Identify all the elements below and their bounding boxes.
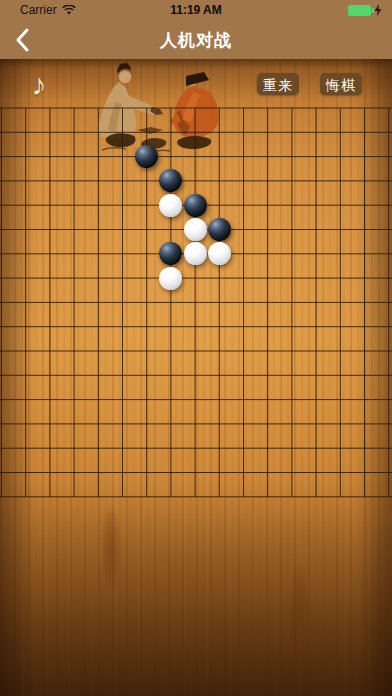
board-intersection[interactable]	[376, 217, 392, 241]
board-intersection[interactable]	[304, 169, 328, 193]
board-intersection[interactable]	[255, 339, 279, 363]
board-intersection[interactable]	[0, 193, 14, 217]
board-intersection[interactable]	[255, 217, 279, 241]
board-intersection[interactable]	[159, 290, 183, 314]
board-intersection[interactable]	[304, 144, 328, 168]
board-intersection[interactable]	[135, 120, 159, 144]
board-intersection[interactable]	[86, 485, 110, 509]
board-intersection[interactable]	[86, 144, 110, 168]
board-intersection[interactable]	[14, 412, 38, 436]
board-intersection[interactable]	[280, 120, 304, 144]
board-intersection[interactable]	[280, 290, 304, 314]
board-intersection[interactable]	[159, 96, 183, 120]
board-intersection[interactable]	[183, 217, 207, 241]
board-intersection[interactable]	[62, 315, 86, 339]
board-intersection[interactable]	[352, 387, 376, 411]
board-intersection[interactable]	[14, 120, 38, 144]
board-intersection[interactable]	[376, 266, 392, 290]
board-intersection[interactable]	[231, 460, 255, 484]
board-intersection[interactable]	[159, 460, 183, 484]
board-intersection[interactable]	[0, 485, 14, 509]
board-intersection[interactable]	[86, 387, 110, 411]
board-intersection[interactable]	[255, 363, 279, 387]
board-intersection[interactable]	[38, 363, 62, 387]
board-intersection[interactable]	[280, 193, 304, 217]
charging-bolt-icon	[374, 4, 382, 16]
board-intersection[interactable]	[207, 242, 231, 266]
board-intersection[interactable]	[62, 169, 86, 193]
board-intersection[interactable]	[62, 339, 86, 363]
board-intersection[interactable]	[304, 339, 328, 363]
board-intersection[interactable]	[352, 315, 376, 339]
board-intersection[interactable]	[280, 387, 304, 411]
board-intersection[interactable]	[255, 266, 279, 290]
board-intersection[interactable]	[255, 387, 279, 411]
board-intersection[interactable]	[231, 169, 255, 193]
board-intersection[interactable]	[62, 144, 86, 168]
board-intersection[interactable]	[207, 436, 231, 460]
board-intersection[interactable]	[62, 217, 86, 241]
board-intersection[interactable]	[159, 242, 183, 266]
board-intersection[interactable]	[0, 120, 14, 144]
board-intersection[interactable]	[159, 339, 183, 363]
board-intersection[interactable]	[376, 96, 392, 120]
board-intersection[interactable]	[135, 436, 159, 460]
board-intersection[interactable]	[183, 242, 207, 266]
board-intersection[interactable]	[110, 436, 134, 460]
board-intersection[interactable]	[38, 315, 62, 339]
board-intersection[interactable]	[135, 460, 159, 484]
board-intersection[interactable]	[14, 242, 38, 266]
board-intersection[interactable]	[62, 96, 86, 120]
board-intersection[interactable]	[14, 315, 38, 339]
board-intersection[interactable]	[0, 339, 14, 363]
board-intersection[interactable]	[14, 363, 38, 387]
board-intersection[interactable]	[0, 144, 14, 168]
board-intersection[interactable]	[328, 120, 352, 144]
board-intersection[interactable]	[38, 217, 62, 241]
board-intersection[interactable]	[231, 217, 255, 241]
board-intersection[interactable]	[255, 144, 279, 168]
board-intersection[interactable]	[110, 169, 134, 193]
board-intersection[interactable]	[376, 339, 392, 363]
board-intersection[interactable]	[255, 485, 279, 509]
board-intersection[interactable]	[0, 387, 14, 411]
board-intersection[interactable]	[110, 339, 134, 363]
board-intersection[interactable]	[328, 485, 352, 509]
board-intersection[interactable]	[352, 169, 376, 193]
board-intersection[interactable]	[231, 144, 255, 168]
board-intersection[interactable]	[376, 144, 392, 168]
board-intersection[interactable]	[86, 315, 110, 339]
board-intersection[interactable]	[376, 193, 392, 217]
board-intersection[interactable]	[86, 242, 110, 266]
board-intersection[interactable]	[328, 412, 352, 436]
board-intersection[interactable]	[280, 266, 304, 290]
board-intersection[interactable]	[62, 436, 86, 460]
board-intersection[interactable]	[110, 485, 134, 509]
board-intersection[interactable]	[352, 485, 376, 509]
board-intersection[interactable]	[0, 266, 14, 290]
board-intersection[interactable]	[183, 144, 207, 168]
board-intersection[interactable]	[255, 436, 279, 460]
board-intersection[interactable]	[231, 290, 255, 314]
board-intersection[interactable]	[304, 387, 328, 411]
board-intersection[interactable]	[62, 242, 86, 266]
board-intersection[interactable]	[0, 436, 14, 460]
board-intersection[interactable]	[304, 217, 328, 241]
board-intersection[interactable]	[280, 315, 304, 339]
board-intersection[interactable]	[255, 193, 279, 217]
board-intersection[interactable]	[183, 485, 207, 509]
board-intersection[interactable]	[207, 363, 231, 387]
board-intersection[interactable]	[231, 120, 255, 144]
music-note-icon[interactable]: ♪	[24, 67, 54, 103]
board-intersection[interactable]	[207, 387, 231, 411]
board-intersection[interactable]	[159, 144, 183, 168]
board-intersection[interactable]	[207, 144, 231, 168]
board-intersection[interactable]	[135, 144, 159, 168]
board-intersection[interactable]	[207, 412, 231, 436]
board-intersection[interactable]	[183, 120, 207, 144]
board-intersection[interactable]	[110, 387, 134, 411]
board-intersection[interactable]	[14, 387, 38, 411]
board-intersection[interactable]	[86, 436, 110, 460]
board-intersection[interactable]	[352, 412, 376, 436]
board-intersection[interactable]	[110, 217, 134, 241]
board-intersection[interactable]	[376, 460, 392, 484]
board-intersection[interactable]	[62, 485, 86, 509]
board-intersection[interactable]	[0, 217, 14, 241]
board-intersection[interactable]	[328, 144, 352, 168]
board-intersection[interactable]	[86, 193, 110, 217]
board-intersection[interactable]	[376, 412, 392, 436]
board-intersection[interactable]	[304, 412, 328, 436]
board-intersection[interactable]	[86, 339, 110, 363]
board-intersection[interactable]	[328, 193, 352, 217]
board-intersection[interactable]	[352, 339, 376, 363]
board-intersection[interactable]	[231, 412, 255, 436]
board-intersection[interactable]	[86, 120, 110, 144]
board-intersection[interactable]	[328, 290, 352, 314]
board-intersection[interactable]	[135, 412, 159, 436]
board-intersection[interactable]	[135, 315, 159, 339]
board-intersection[interactable]	[207, 217, 231, 241]
board-intersection[interactable]	[183, 266, 207, 290]
board-intersection[interactable]	[207, 266, 231, 290]
board-intersection[interactable]	[255, 120, 279, 144]
board-intersection[interactable]	[159, 363, 183, 387]
board-intersection[interactable]	[135, 217, 159, 241]
board-intersection[interactable]	[255, 242, 279, 266]
board-intersection[interactable]	[207, 460, 231, 484]
board-intersection[interactable]	[86, 460, 110, 484]
wood-knot	[284, 541, 314, 671]
board-intersection[interactable]	[135, 169, 159, 193]
board-intersection[interactable]	[14, 193, 38, 217]
board-intersection[interactable]	[231, 315, 255, 339]
board-intersection[interactable]	[328, 266, 352, 290]
board-intersection[interactable]	[110, 266, 134, 290]
board-intersection[interactable]	[376, 387, 392, 411]
board-grid[interactable]	[0, 96, 392, 509]
board-intersection[interactable]	[352, 144, 376, 168]
board-intersection[interactable]	[207, 290, 231, 314]
board-intersection[interactable]	[86, 266, 110, 290]
board-intersection[interactable]	[255, 290, 279, 314]
battery-icon	[348, 5, 371, 16]
board-intersection[interactable]	[280, 144, 304, 168]
board-intersection[interactable]	[280, 242, 304, 266]
board-intersection[interactable]	[135, 339, 159, 363]
board-intersection[interactable]	[280, 363, 304, 387]
board-intersection[interactable]	[280, 460, 304, 484]
board-intersection[interactable]	[376, 120, 392, 144]
board-intersection[interactable]	[304, 96, 328, 120]
board-intersection[interactable]	[255, 412, 279, 436]
board-intersection[interactable]	[304, 363, 328, 387]
board-intersection[interactable]	[110, 363, 134, 387]
board-intersection[interactable]	[255, 169, 279, 193]
board-intersection[interactable]	[328, 242, 352, 266]
board-intersection[interactable]	[159, 412, 183, 436]
board-intersection[interactable]	[38, 436, 62, 460]
board-intersection[interactable]	[135, 290, 159, 314]
board-intersection[interactable]	[14, 485, 38, 509]
board-intersection[interactable]	[183, 315, 207, 339]
board-intersection[interactable]	[376, 363, 392, 387]
board-intersection[interactable]	[231, 363, 255, 387]
board-intersection[interactable]	[62, 193, 86, 217]
board-intersection[interactable]	[304, 120, 328, 144]
board-intersection[interactable]	[38, 169, 62, 193]
board-intersection[interactable]	[0, 412, 14, 436]
board-intersection[interactable]	[231, 387, 255, 411]
board-intersection[interactable]	[207, 339, 231, 363]
board-intersection[interactable]	[352, 193, 376, 217]
board-intersection[interactable]	[38, 266, 62, 290]
board-intersection[interactable]	[376, 436, 392, 460]
board-intersection[interactable]	[0, 363, 14, 387]
board-intersection[interactable]	[231, 193, 255, 217]
board-intersection[interactable]	[352, 120, 376, 144]
board-intersection[interactable]	[86, 96, 110, 120]
board-intersection[interactable]	[328, 169, 352, 193]
board-intersection[interactable]	[352, 363, 376, 387]
board-intersection[interactable]	[255, 315, 279, 339]
board-intersection[interactable]	[280, 412, 304, 436]
board-intersection[interactable]	[110, 412, 134, 436]
board-intersection[interactable]	[183, 363, 207, 387]
board-intersection[interactable]	[207, 120, 231, 144]
board-intersection[interactable]	[86, 169, 110, 193]
board-intersection[interactable]	[183, 290, 207, 314]
board-intersection[interactable]	[376, 242, 392, 266]
board-intersection[interactable]	[110, 290, 134, 314]
board-intersection[interactable]	[159, 315, 183, 339]
board-intersection[interactable]	[14, 290, 38, 314]
board-intersection[interactable]	[280, 339, 304, 363]
board-intersection[interactable]	[62, 266, 86, 290]
board-intersection[interactable]	[376, 169, 392, 193]
undo-move-button[interactable]: 悔棋	[320, 73, 362, 95]
board-intersection[interactable]	[38, 242, 62, 266]
board-intersection[interactable]	[110, 315, 134, 339]
board-intersection[interactable]	[38, 120, 62, 144]
board-intersection[interactable]	[183, 96, 207, 120]
board-intersection[interactable]	[0, 290, 14, 314]
board-intersection[interactable]	[183, 436, 207, 460]
board-intersection[interactable]	[62, 290, 86, 314]
board-intersection[interactable]	[110, 193, 134, 217]
board-intersection[interactable]	[304, 460, 328, 484]
board-intersection[interactable]	[183, 460, 207, 484]
black-stone	[184, 194, 207, 217]
board-intersection[interactable]	[183, 387, 207, 411]
board-intersection[interactable]	[328, 436, 352, 460]
board-intersection[interactable]	[183, 339, 207, 363]
restart-button[interactable]: 重来	[257, 73, 299, 95]
board-intersection[interactable]	[159, 120, 183, 144]
board-intersection[interactable]	[255, 460, 279, 484]
board-intersection[interactable]	[110, 120, 134, 144]
board-intersection[interactable]	[352, 96, 376, 120]
board-intersection[interactable]	[38, 412, 62, 436]
board-intersection[interactable]	[38, 460, 62, 484]
board-intersection[interactable]	[110, 242, 134, 266]
board-intersection[interactable]	[328, 460, 352, 484]
wood-background: ♪ 重来 悔棋	[0, 59, 392, 696]
board-intersection[interactable]	[62, 363, 86, 387]
board-intersection[interactable]	[328, 315, 352, 339]
board-intersection[interactable]	[304, 485, 328, 509]
board-intersection[interactable]	[159, 266, 183, 290]
board-intersection[interactable]	[304, 290, 328, 314]
board-intersection[interactable]	[207, 96, 231, 120]
board-intersection[interactable]	[231, 436, 255, 460]
white-stone	[159, 267, 182, 290]
board-intersection[interactable]	[328, 339, 352, 363]
board-intersection[interactable]	[183, 169, 207, 193]
board-intersection[interactable]	[304, 315, 328, 339]
board-intersection[interactable]	[304, 436, 328, 460]
board-intersection[interactable]	[135, 193, 159, 217]
board-intersection[interactable]	[135, 266, 159, 290]
board-intersection[interactable]	[14, 169, 38, 193]
board-intersection[interactable]	[231, 266, 255, 290]
board-intersection[interactable]	[183, 412, 207, 436]
board-intersection[interactable]	[0, 169, 14, 193]
board-intersection[interactable]	[86, 412, 110, 436]
board-intersection[interactable]	[280, 436, 304, 460]
board-intersection[interactable]	[159, 485, 183, 509]
board-intersection[interactable]	[352, 266, 376, 290]
board-intersection[interactable]	[0, 315, 14, 339]
board-intersection[interactable]	[86, 290, 110, 314]
board-intersection[interactable]	[280, 217, 304, 241]
board-intersection[interactable]	[38, 144, 62, 168]
board-intersection[interactable]	[207, 315, 231, 339]
board-intersection[interactable]	[183, 193, 207, 217]
board-intersection[interactable]	[14, 144, 38, 168]
board-intersection[interactable]	[328, 96, 352, 120]
board-intersection[interactable]	[159, 217, 183, 241]
board-intersection[interactable]	[0, 96, 14, 120]
board-intersection[interactable]	[38, 387, 62, 411]
board-intersection[interactable]	[38, 339, 62, 363]
board-intersection[interactable]	[62, 387, 86, 411]
board-intersection[interactable]	[352, 436, 376, 460]
board-intersection[interactable]	[14, 436, 38, 460]
board-intersection[interactable]	[135, 387, 159, 411]
board-intersection[interactable]	[207, 485, 231, 509]
board-intersection[interactable]	[86, 217, 110, 241]
board-intersection[interactable]	[207, 193, 231, 217]
clock: 11:19 AM	[0, 3, 392, 17]
white-stone	[159, 194, 182, 217]
board-intersection[interactable]	[159, 387, 183, 411]
board-intersection[interactable]	[328, 363, 352, 387]
board-intersection[interactable]	[231, 96, 255, 120]
board-intersection[interactable]	[38, 193, 62, 217]
board-intersection[interactable]	[304, 242, 328, 266]
board-intersection[interactable]	[231, 339, 255, 363]
board-intersection[interactable]	[0, 460, 14, 484]
board-intersection[interactable]	[304, 193, 328, 217]
board-intersection[interactable]	[135, 485, 159, 509]
board-intersection[interactable]	[14, 217, 38, 241]
board-intersection[interactable]	[86, 363, 110, 387]
board-intersection[interactable]	[110, 460, 134, 484]
board-intersection[interactable]	[352, 290, 376, 314]
board-intersection[interactable]	[135, 242, 159, 266]
board-intersection[interactable]	[14, 460, 38, 484]
board-intersection[interactable]	[110, 96, 134, 120]
board-intersection[interactable]	[14, 266, 38, 290]
board-intersection[interactable]	[376, 290, 392, 314]
board-intersection[interactable]	[280, 96, 304, 120]
board-intersection[interactable]	[135, 96, 159, 120]
board-intersection[interactable]	[376, 315, 392, 339]
board-intersection[interactable]	[62, 460, 86, 484]
board-intersection[interactable]	[110, 144, 134, 168]
app-screen: ♪ 重来 悔棋 Carrier 11:19 AM	[0, 0, 392, 696]
board-intersection[interactable]	[135, 363, 159, 387]
board-intersection[interactable]	[0, 242, 14, 266]
board-intersection[interactable]	[352, 217, 376, 241]
board-intersection[interactable]	[62, 412, 86, 436]
board-intersection[interactable]	[280, 485, 304, 509]
board-intersection[interactable]	[376, 485, 392, 509]
board-intersection[interactable]	[231, 242, 255, 266]
board-intersection[interactable]	[14, 339, 38, 363]
board-intersection[interactable]	[62, 120, 86, 144]
board-intersection[interactable]	[255, 96, 279, 120]
board-intersection[interactable]	[231, 485, 255, 509]
board-intersection[interactable]	[280, 169, 304, 193]
board-intersection[interactable]	[159, 169, 183, 193]
board-intersection[interactable]	[328, 387, 352, 411]
board-intersection[interactable]	[328, 217, 352, 241]
board-intersection[interactable]	[38, 290, 62, 314]
board-intersection[interactable]	[38, 485, 62, 509]
board-intersection[interactable]	[159, 436, 183, 460]
board-intersection[interactable]	[207, 169, 231, 193]
board-intersection[interactable]	[352, 242, 376, 266]
board-intersection[interactable]	[304, 266, 328, 290]
board-intersection[interactable]	[159, 193, 183, 217]
board-intersection[interactable]	[352, 460, 376, 484]
